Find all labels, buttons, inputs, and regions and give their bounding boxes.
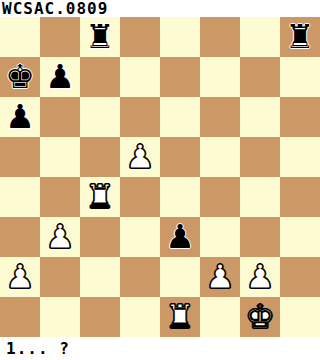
square-g5[interactable] (240, 137, 280, 177)
square-b1[interactable] (40, 297, 80, 337)
square-e3[interactable]: ♟ (160, 217, 200, 257)
square-a6[interactable]: ♟ (0, 97, 40, 137)
square-g2[interactable]: ♟ (240, 257, 280, 297)
square-b4[interactable] (40, 177, 80, 217)
square-d5[interactable]: ♟ (120, 137, 160, 177)
square-h8[interactable]: ♜ (280, 17, 320, 57)
square-g4[interactable] (240, 177, 280, 217)
square-g1[interactable]: ♚ (240, 297, 280, 337)
square-e8[interactable] (160, 17, 200, 57)
square-h1[interactable] (280, 297, 320, 337)
square-e5[interactable] (160, 137, 200, 177)
square-f2[interactable]: ♟ (200, 257, 240, 297)
square-c3[interactable] (80, 217, 120, 257)
square-h5[interactable] (280, 137, 320, 177)
square-f8[interactable] (200, 17, 240, 57)
white-pawn-b3: ♟ (45, 217, 75, 257)
square-c6[interactable] (80, 97, 120, 137)
puzzle-id: WCSAC.0809 (0, 0, 320, 17)
white-king-g1: ♚ (245, 297, 275, 337)
square-a1[interactable] (0, 297, 40, 337)
square-d7[interactable] (120, 57, 160, 97)
square-h3[interactable] (280, 217, 320, 257)
square-g6[interactable] (240, 97, 280, 137)
square-e6[interactable] (160, 97, 200, 137)
chess-board: ♜♜♚♟♟♟♜♟♟♟♟♟♜♚ (0, 17, 320, 337)
square-c1[interactable] (80, 297, 120, 337)
square-d1[interactable] (120, 297, 160, 337)
move-prompt: 1... ? (0, 337, 320, 360)
square-h2[interactable] (280, 257, 320, 297)
square-e4[interactable] (160, 177, 200, 217)
square-d6[interactable] (120, 97, 160, 137)
square-b8[interactable] (40, 17, 80, 57)
square-c4[interactable]: ♜ (80, 177, 120, 217)
square-h4[interactable] (280, 177, 320, 217)
square-g7[interactable] (240, 57, 280, 97)
chess-diagram-page: WCSAC.0809 ♜♜♚♟♟♟♜♟♟♟♟♟♜♚ 1... ? (0, 0, 320, 360)
square-c8[interactable]: ♜ (80, 17, 120, 57)
black-pawn-b7: ♟ (45, 57, 75, 97)
square-d4[interactable] (120, 177, 160, 217)
square-f4[interactable] (200, 177, 240, 217)
white-pawn-f2: ♟ (205, 257, 235, 297)
square-a2[interactable]: ♟ (0, 257, 40, 297)
square-e2[interactable] (160, 257, 200, 297)
square-b5[interactable] (40, 137, 80, 177)
square-f5[interactable] (200, 137, 240, 177)
black-rook-h8: ♜ (285, 17, 315, 57)
square-c2[interactable] (80, 257, 120, 297)
square-a7[interactable]: ♚ (0, 57, 40, 97)
square-d2[interactable] (120, 257, 160, 297)
white-pawn-g2: ♟ (245, 257, 275, 297)
black-rook-c8: ♜ (85, 17, 115, 57)
square-a8[interactable] (0, 17, 40, 57)
square-g3[interactable] (240, 217, 280, 257)
square-b2[interactable] (40, 257, 80, 297)
square-f1[interactable] (200, 297, 240, 337)
square-b7[interactable]: ♟ (40, 57, 80, 97)
square-h7[interactable] (280, 57, 320, 97)
square-f6[interactable] (200, 97, 240, 137)
square-a3[interactable] (0, 217, 40, 257)
square-a4[interactable] (0, 177, 40, 217)
black-pawn-a6: ♟ (5, 97, 35, 137)
square-b3[interactable]: ♟ (40, 217, 80, 257)
square-e7[interactable] (160, 57, 200, 97)
square-g8[interactable] (240, 17, 280, 57)
square-f3[interactable] (200, 217, 240, 257)
square-f7[interactable] (200, 57, 240, 97)
square-a5[interactable] (0, 137, 40, 177)
square-b6[interactable] (40, 97, 80, 137)
square-d8[interactable] (120, 17, 160, 57)
white-pawn-a2: ♟ (5, 257, 35, 297)
white-pawn-d5: ♟ (125, 137, 155, 177)
square-h6[interactable] (280, 97, 320, 137)
square-c5[interactable] (80, 137, 120, 177)
square-c7[interactable] (80, 57, 120, 97)
white-rook-c4: ♜ (85, 177, 115, 217)
white-rook-e1: ♜ (165, 297, 195, 337)
black-king-a7: ♚ (5, 57, 35, 97)
square-e1[interactable]: ♜ (160, 297, 200, 337)
black-pawn-e3: ♟ (165, 217, 195, 257)
square-d3[interactable] (120, 217, 160, 257)
